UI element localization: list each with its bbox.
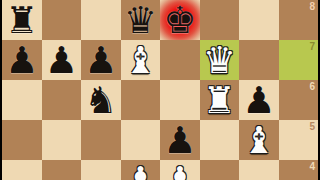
black-king-e8[interactable]: ♚ <box>160 0 200 40</box>
square-d4[interactable]: ♟ <box>121 160 161 180</box>
square-a7[interactable]: ♟ <box>2 40 42 80</box>
rank-label-6: 6 <box>309 81 315 92</box>
square-h4[interactable]: 4 <box>279 160 319 180</box>
rank-label-5: 5 <box>309 121 315 132</box>
square-b6[interactable] <box>42 80 82 120</box>
square-b5[interactable] <box>42 120 82 160</box>
square-h7[interactable]: 7 <box>279 40 319 80</box>
square-h8[interactable]: 8 <box>279 0 319 40</box>
square-d7[interactable]: ♝ <box>121 40 161 80</box>
square-f7[interactable]: ♛ <box>200 40 240 80</box>
square-c7[interactable]: ♟ <box>81 40 121 80</box>
black-knight-c6[interactable]: ♞ <box>81 80 121 120</box>
chessboard: ♜♛♚8♟♟♟♝♛7♞♜♟6♟♝5♟♟4 <box>2 0 318 180</box>
rank-label-7: 7 <box>309 41 315 52</box>
square-h5[interactable]: 5 <box>279 120 319 160</box>
square-b4[interactable] <box>42 160 82 180</box>
square-f8[interactable] <box>200 0 240 40</box>
square-a4[interactable] <box>2 160 42 180</box>
square-d8[interactable]: ♛ <box>121 0 161 40</box>
square-f4[interactable] <box>200 160 240 180</box>
square-b7[interactable]: ♟ <box>42 40 82 80</box>
square-d6[interactable] <box>121 80 161 120</box>
square-c4[interactable] <box>81 160 121 180</box>
black-pawn-e5[interactable]: ♟ <box>160 120 200 160</box>
square-f5[interactable] <box>200 120 240 160</box>
square-g6[interactable]: ♟ <box>239 80 279 120</box>
white-queen-f7[interactable]: ♛ <box>200 40 240 80</box>
square-h6[interactable]: 6 <box>279 80 319 120</box>
black-pawn-a7[interactable]: ♟ <box>2 40 42 80</box>
black-pawn-c7[interactable]: ♟ <box>81 40 121 80</box>
square-f6[interactable]: ♜ <box>200 80 240 120</box>
square-g4[interactable] <box>239 160 279 180</box>
white-rook-f6[interactable]: ♜ <box>200 80 240 120</box>
square-e8[interactable]: ♚ <box>160 0 200 40</box>
black-rook-a8[interactable]: ♜ <box>2 0 42 40</box>
square-b8[interactable] <box>42 0 82 40</box>
square-a8[interactable]: ♜ <box>2 0 42 40</box>
square-d5[interactable] <box>121 120 161 160</box>
square-a6[interactable] <box>2 80 42 120</box>
white-bishop-d7[interactable]: ♝ <box>121 40 161 80</box>
square-c5[interactable] <box>81 120 121 160</box>
square-c6[interactable]: ♞ <box>81 80 121 120</box>
square-e6[interactable] <box>160 80 200 120</box>
square-g7[interactable] <box>239 40 279 80</box>
square-e4[interactable]: ♟ <box>160 160 200 180</box>
square-a5[interactable] <box>2 120 42 160</box>
square-g8[interactable] <box>239 0 279 40</box>
rank-label-8: 8 <box>309 1 315 12</box>
square-g5[interactable]: ♝ <box>239 120 279 160</box>
black-queen-d8[interactable]: ♛ <box>121 0 161 40</box>
black-pawn-b7[interactable]: ♟ <box>42 40 82 80</box>
square-c8[interactable] <box>81 0 121 40</box>
board-viewport: ♜♛♚8♟♟♟♝♛7♞♜♟6♟♝5♟♟4 <box>2 0 318 180</box>
square-e7[interactable] <box>160 40 200 80</box>
square-e5[interactable]: ♟ <box>160 120 200 160</box>
white-pawn-e4[interactable]: ♟ <box>160 160 200 180</box>
rank-label-4: 4 <box>309 161 315 172</box>
video-frame: ♜♛♚8♟♟♟♝♛7♞♜♟6♟♝5♟♟4 <box>0 0 320 180</box>
black-pawn-g6[interactable]: ♟ <box>239 80 279 120</box>
white-pawn-d4[interactable]: ♟ <box>121 160 161 180</box>
white-bishop-g5[interactable]: ♝ <box>239 120 279 160</box>
